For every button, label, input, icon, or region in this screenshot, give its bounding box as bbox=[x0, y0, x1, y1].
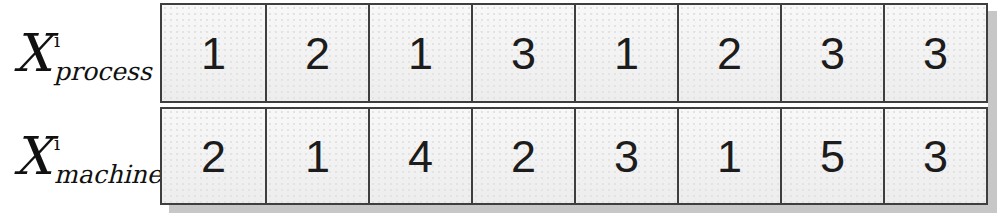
math-supsub-stack: i process bbox=[54, 31, 151, 84]
machine-cell-2: 1 bbox=[265, 109, 368, 203]
subscript-machine: machine bbox=[54, 162, 162, 187]
math-supsub-stack: i machine bbox=[54, 134, 162, 187]
superscript-i: i bbox=[54, 31, 60, 50]
machine-cell-7: 5 bbox=[780, 109, 883, 203]
machine-cell-4: 2 bbox=[471, 109, 574, 203]
process-cell-1: 1 bbox=[162, 5, 265, 101]
process-cell-8: 3 bbox=[883, 5, 986, 101]
machine-cell-3: 4 bbox=[368, 109, 471, 203]
process-cell-5: 1 bbox=[574, 5, 677, 101]
machine-cell-1: 2 bbox=[162, 109, 265, 203]
process-cell-4: 3 bbox=[471, 5, 574, 101]
process-cell-6: 2 bbox=[677, 5, 780, 101]
subscript-process: process bbox=[54, 59, 151, 84]
math-variable-x: X bbox=[14, 130, 51, 182]
process-cell-3: 1 bbox=[368, 5, 471, 101]
machine-cell-8: 3 bbox=[883, 109, 986, 203]
chromosome-encoding-figure: X i process X i machine 1 2 1 3 1 2 3 3 … bbox=[0, 0, 1000, 217]
row-label-process: X i process bbox=[0, 3, 158, 103]
machine-cell-6: 1 bbox=[677, 109, 780, 203]
row-label-machine: X i machine bbox=[0, 107, 158, 205]
process-cell-2: 2 bbox=[265, 5, 368, 101]
process-cell-7: 3 bbox=[780, 5, 883, 101]
machine-row-grid: 2 1 4 2 3 1 5 3 bbox=[160, 107, 988, 205]
math-variable-x: X bbox=[14, 27, 51, 79]
superscript-i: i bbox=[54, 134, 60, 153]
process-row-grid: 1 2 1 3 1 2 3 3 bbox=[160, 3, 988, 103]
encoding-tables-block: 1 2 1 3 1 2 3 3 2 1 4 2 3 1 5 3 bbox=[160, 3, 988, 205]
machine-cell-5: 3 bbox=[574, 109, 677, 203]
